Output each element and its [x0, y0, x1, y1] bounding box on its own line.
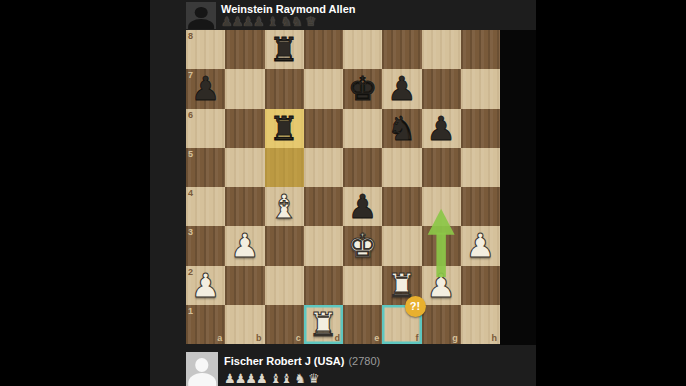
square-a5[interactable]: 5: [186, 148, 225, 187]
file-label-g: g: [452, 333, 458, 343]
square-f3[interactable]: [382, 226, 421, 265]
file-label-c: c: [296, 333, 301, 343]
person-icon: [195, 7, 208, 18]
white-pawn-b3[interactable]: ♟: [225, 226, 264, 265]
rank-label-8: 8: [188, 31, 193, 41]
square-h3[interactable]: ♟: [461, 226, 500, 265]
person-icon: [188, 373, 216, 386]
square-d8[interactable]: [304, 30, 343, 69]
square-b8[interactable]: [225, 30, 264, 69]
chess-board[interactable]: 8♜7♟♚♟6♜♞♟54♝♟3♟♚♟2♟♜♟1abcd♜efgh: [186, 30, 500, 344]
square-h7[interactable]: [461, 69, 500, 108]
right-crop-mask: [500, 30, 536, 345]
square-c1[interactable]: c: [265, 305, 304, 344]
square-f4[interactable]: [382, 187, 421, 226]
square-c2[interactable]: [265, 266, 304, 305]
rank-label-5: 5: [188, 149, 193, 159]
square-g1[interactable]: g: [422, 305, 461, 344]
square-d5[interactable]: [304, 148, 343, 187]
square-g8[interactable]: [422, 30, 461, 69]
white-bishop-c4[interactable]: ♝: [265, 187, 304, 226]
square-b1[interactable]: b: [225, 305, 264, 344]
square-c5[interactable]: [265, 148, 304, 187]
square-a2[interactable]: 2♟: [186, 266, 225, 305]
black-rook-c8[interactable]: ♜: [265, 30, 304, 69]
file-label-h: h: [492, 333, 498, 343]
square-g2[interactable]: ♟: [422, 266, 461, 305]
file-label-a: a: [217, 333, 222, 343]
square-b5[interactable]: [225, 148, 264, 187]
square-b3[interactable]: ♟: [225, 226, 264, 265]
square-g4[interactable]: [422, 187, 461, 226]
black-knight-f6[interactable]: ♞: [382, 109, 421, 148]
rank-label-3: 3: [188, 227, 193, 237]
bottom-player-avatar: [186, 352, 218, 386]
white-king-e3[interactable]: ♚: [343, 226, 382, 265]
black-pawn-g6[interactable]: ♟: [422, 109, 461, 148]
rank-label-6: 6: [188, 110, 193, 120]
square-c6[interactable]: ♜: [265, 109, 304, 148]
bottom-player-captured-pieces: ♟♟♟♟ ♝♝ ♞ ♛: [224, 371, 319, 386]
chess-app-panel: Weinstein Raymond Allen ♟♟♟♟ ♝ ♞♞ ♛ 8♜7♟…: [150, 0, 536, 386]
board-wrapper: 8♜7♟♚♟6♜♞♟54♝♟3♟♚♟2♟♜♟1abcd♜efgh ?!: [186, 30, 500, 344]
rank-label-4: 4: [188, 188, 193, 198]
rank-label-1: 1: [188, 306, 193, 316]
top-player-avatar: [186, 2, 216, 29]
person-icon: [188, 19, 214, 29]
bottom-player-name-text: Fischer Robert J (USA): [224, 355, 344, 367]
square-g3[interactable]: [422, 226, 461, 265]
rank-label-7: 7: [188, 70, 193, 80]
square-d3[interactable]: [304, 226, 343, 265]
square-e2[interactable]: [343, 266, 382, 305]
square-d4[interactable]: [304, 187, 343, 226]
square-d7[interactable]: [304, 69, 343, 108]
square-h1[interactable]: h: [461, 305, 500, 344]
move-classification-badge: ?!: [405, 296, 426, 317]
square-e6[interactable]: [343, 109, 382, 148]
square-f6[interactable]: ♞: [382, 109, 421, 148]
square-h4[interactable]: [461, 187, 500, 226]
square-b4[interactable]: [225, 187, 264, 226]
square-h8[interactable]: [461, 30, 500, 69]
file-label-f: f: [416, 333, 419, 343]
file-label-b: b: [256, 333, 262, 343]
black-rook-c6[interactable]: ♜: [265, 109, 304, 148]
square-c8[interactable]: ♜: [265, 30, 304, 69]
square-h5[interactable]: [461, 148, 500, 187]
square-h2[interactable]: [461, 266, 500, 305]
bottom-player-name: Fischer Robert J (USA)(2780): [224, 355, 380, 367]
square-d2[interactable]: [304, 266, 343, 305]
square-a3[interactable]: 3: [186, 226, 225, 265]
square-g7[interactable]: [422, 69, 461, 108]
square-g6[interactable]: ♟: [422, 109, 461, 148]
square-e7[interactable]: ♚: [343, 69, 382, 108]
square-a4[interactable]: 4: [186, 187, 225, 226]
square-e1[interactable]: e: [343, 305, 382, 344]
white-pawn-g2[interactable]: ♟: [422, 266, 461, 305]
square-e4[interactable]: ♟: [343, 187, 382, 226]
square-f8[interactable]: [382, 30, 421, 69]
square-d6[interactable]: [304, 109, 343, 148]
rank-label-2: 2: [188, 267, 193, 277]
square-e8[interactable]: [343, 30, 382, 69]
black-pawn-f7[interactable]: ♟: [382, 69, 421, 108]
square-a1[interactable]: 1a: [186, 305, 225, 344]
square-b7[interactable]: [225, 69, 264, 108]
square-b2[interactable]: [225, 266, 264, 305]
square-h6[interactable]: [461, 109, 500, 148]
black-king-e7[interactable]: ♚: [343, 69, 382, 108]
white-pawn-h3[interactable]: ♟: [461, 226, 500, 265]
square-a8[interactable]: 8: [186, 30, 225, 69]
square-g5[interactable]: [422, 148, 461, 187]
square-c3[interactable]: [265, 226, 304, 265]
top-player-captured-pieces: ♟♟♟♟ ♝ ♞♞ ♛: [221, 14, 316, 29]
black-pawn-e4[interactable]: ♟: [343, 187, 382, 226]
person-icon: [195, 358, 208, 372]
square-f7[interactable]: ♟: [382, 69, 421, 108]
square-c4[interactable]: ♝: [265, 187, 304, 226]
square-f5[interactable]: [382, 148, 421, 187]
square-d1[interactable]: d♜: [304, 305, 343, 344]
square-e3[interactable]: ♚: [343, 226, 382, 265]
file-label-d: d: [335, 333, 341, 343]
square-a7[interactable]: 7♟: [186, 69, 225, 108]
square-b6[interactable]: [225, 109, 264, 148]
square-a6[interactable]: 6: [186, 109, 225, 148]
square-c7[interactable]: [265, 69, 304, 108]
bottom-player-rating: (2780): [348, 355, 380, 367]
square-e5[interactable]: [343, 148, 382, 187]
file-label-e: e: [374, 333, 379, 343]
